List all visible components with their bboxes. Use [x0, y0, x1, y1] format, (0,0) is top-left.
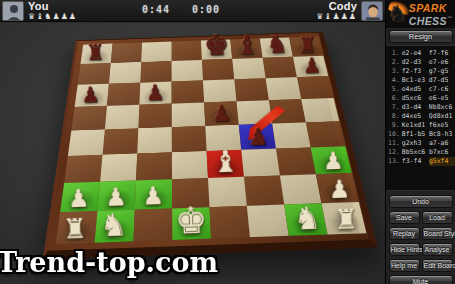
square-b5[interactable]: [104, 105, 139, 130]
piece-shadow: [60, 220, 93, 242]
square-b4[interactable]: [102, 128, 138, 154]
square-c6[interactable]: ♟: [139, 82, 171, 105]
square-g5[interactable]: [268, 99, 305, 124]
square-f8[interactable]: ♝: [230, 38, 262, 58]
square-g6[interactable]: [265, 77, 301, 100]
square-e4[interactable]: [205, 125, 241, 151]
piece-shadow: [211, 157, 241, 176]
white-move: f2-f3: [402, 67, 428, 76]
analyse-button[interactable]: Analyse: [422, 243, 453, 256]
white-move: g2xh3: [402, 139, 428, 148]
piece-shadow: [99, 218, 131, 240]
top-bar: You ♛♝♞♟♟♟ 0:44 0:00 Cody ♛♝♟♟♟: [0, 0, 385, 22]
move-number: 9.: [388, 121, 400, 130]
square-c3[interactable]: [136, 152, 172, 180]
white-move: d5xc6: [402, 94, 428, 103]
piece-shadow: [327, 211, 362, 233]
undo-button[interactable]: Undo: [389, 195, 453, 208]
logo-line2: CHESS™: [409, 13, 453, 26]
piece-shadow: [297, 61, 325, 75]
square-b8[interactable]: [110, 43, 141, 63]
square-d7[interactable]: [171, 60, 202, 82]
square-g3[interactable]: [275, 147, 315, 175]
knight-logo-icon: ♞: [388, 3, 408, 25]
square-g2[interactable]: [279, 174, 321, 204]
square-f4[interactable]: ♟: [238, 124, 275, 150]
move-row[interactable]: 13.f3-f4g5xf4: [388, 157, 455, 166]
player-black: Cody ♛♝♟♟♟: [316, 1, 383, 22]
square-g4[interactable]: [272, 122, 310, 148]
piece-shadow: [64, 190, 96, 210]
move-row[interactable]: 8.d4xe5Qd8xd1: [388, 112, 455, 121]
help-me-button[interactable]: Help me: [389, 259, 420, 272]
square-d4[interactable]: [171, 126, 206, 152]
square-b3[interactable]: [100, 153, 137, 181]
square-g8[interactable]: ♞: [259, 37, 292, 57]
move-row[interactable]: 3.f2-f3g7-g5: [388, 67, 455, 76]
board-area: ♜♚♝♞♜♟♟♟♟♟♝♟♟♟♟♟♜♞♚♞♜ Trend-top.com: [0, 23, 385, 284]
cody-avatar: [361, 1, 383, 21]
square-b2[interactable]: ♟: [97, 181, 136, 211]
piece-shadow: [264, 43, 290, 57]
square-f2[interactable]: [243, 176, 283, 206]
black-move: Bc8-h3: [429, 130, 455, 139]
square-e6[interactable]: [202, 79, 235, 102]
square-h7[interactable]: ♟: [292, 56, 327, 78]
square-b1[interactable]: ♞: [94, 210, 134, 243]
board-scene: ♜♚♝♞♜♟♟♟♟♟♝♟♟♟♟♟♜♞♚♞♜: [0, 23, 385, 284]
square-f1[interactable]: [246, 205, 288, 238]
square-d2[interactable]: [171, 178, 208, 208]
piece-shadow: [321, 181, 355, 201]
black-clock: 0:00: [192, 4, 220, 15]
piece-shadow: [204, 45, 229, 59]
black-move: b7xc6: [429, 148, 455, 157]
square-h2[interactable]: ♟: [315, 173, 358, 203]
move-number: 8.: [388, 112, 400, 121]
square-h5[interactable]: [301, 98, 339, 122]
square-c7[interactable]: [140, 61, 171, 83]
move-row[interactable]: 10.Bf1-b5Bc8-h3: [388, 130, 455, 139]
square-h4[interactable]: [305, 121, 345, 147]
move-number: 4.: [388, 76, 400, 85]
piece-shadow: [84, 49, 109, 63]
person-silhouette-icon: [3, 2, 24, 21]
save-button[interactable]: Save: [389, 211, 420, 224]
square-a4[interactable]: [67, 129, 104, 155]
white-move: d4xe5: [402, 112, 428, 121]
square-b7[interactable]: [108, 62, 140, 84]
sparkchess-app: You ♛♝♞♟♟♟ 0:44 0:00 Cody ♛♝♟♟♟: [0, 0, 455, 284]
move-number: 13.: [388, 157, 400, 166]
move-number: 2.: [388, 58, 400, 67]
white-move: e2-e4: [402, 49, 428, 58]
square-e5[interactable]: ♟: [204, 101, 239, 126]
white-move: Bc1-e3: [402, 76, 428, 85]
chess-board: ♜♚♝♞♜♟♟♟♟♟♝♟♟♟♟♟♜♞♚♞♜: [55, 37, 359, 244]
black-move-last: g5xf4: [429, 157, 455, 166]
piece-shadow: [293, 42, 320, 56]
square-f7[interactable]: [232, 58, 265, 80]
piece-shadow: [176, 216, 207, 238]
button-area: UndoSaveLoadReplayBoard StyleHide HintsA…: [386, 191, 455, 284]
move-number: 10.: [388, 130, 400, 139]
resign-button[interactable]: Resign: [389, 30, 453, 43]
piece-shadow: [316, 154, 348, 173]
move-number: 5.: [388, 85, 400, 94]
black-move: f6xe5: [429, 121, 455, 130]
white-move: e4xd5: [402, 85, 428, 94]
square-c2[interactable]: ♟: [134, 179, 171, 209]
square-d6[interactable]: [171, 80, 203, 103]
white-move: d3-d4: [402, 103, 428, 112]
replay-button[interactable]: Replay: [389, 227, 420, 240]
square-a7[interactable]: [77, 63, 110, 85]
white-move: Ke1xd1: [402, 121, 428, 130]
player-white: You ♛♝♞♟♟♟: [2, 1, 77, 22]
square-a3[interactable]: [64, 155, 102, 183]
move-row[interactable]: 12.Bb5xc6b7xc6: [388, 148, 455, 157]
square-e1[interactable]: [209, 206, 249, 239]
black-move: Nb8xc6: [429, 103, 455, 112]
move-number: 3.: [388, 67, 400, 76]
black-player-name: Cody: [329, 1, 357, 11]
piece-shadow: [289, 212, 323, 234]
black-move: a7-a6: [429, 139, 455, 148]
move-row[interactable]: 9.Ke1xd1f6xe5: [388, 121, 455, 130]
sparkchess-logo: ♞ SPARK CHESS™: [386, 0, 455, 28]
move-row[interactable]: 6.d5xc6e6-e5: [388, 94, 455, 103]
black-move: g7-g5: [429, 67, 455, 76]
move-row[interactable]: 11.g2xh3a7-a6: [388, 139, 455, 148]
square-b6[interactable]: [106, 83, 139, 106]
black-move: Qd8xd1: [429, 112, 455, 121]
piece-shadow: [243, 131, 272, 149]
square-e2[interactable]: [207, 177, 246, 207]
square-g7[interactable]: [262, 57, 296, 79]
black-captured-pieces: ♛♝♟♟♟: [316, 12, 357, 22]
piece-shadow: [208, 108, 236, 125]
square-f3[interactable]: [241, 149, 280, 177]
square-d8[interactable]: [171, 41, 201, 61]
piece-shadow: [139, 187, 169, 207]
white-move: d2-d3: [402, 58, 428, 67]
watermark: Trend-top.com: [0, 247, 218, 278]
square-g1[interactable]: ♞: [284, 203, 327, 236]
move-row[interactable]: 7.d3-d4Nb8xc6: [388, 103, 455, 112]
square-d3[interactable]: [171, 151, 207, 179]
move-number: 7.: [388, 103, 400, 112]
white-player-name: You: [28, 1, 77, 11]
edit-board-button[interactable]: Edit Board: [422, 259, 453, 272]
square-h8[interactable]: ♜: [289, 36, 323, 56]
piece-shadow: [78, 90, 105, 106]
piece-shadow: [102, 189, 133, 209]
move-row[interactable]: 2.d2-d3e7-e6: [388, 58, 455, 67]
square-e3[interactable]: ♝: [206, 150, 243, 178]
black-move: f7-f6: [429, 49, 455, 58]
square-e7[interactable]: [201, 59, 233, 81]
move-number: 6.: [388, 94, 400, 103]
square-a2[interactable]: ♟: [60, 182, 100, 213]
move-list: 1.e2-e4f7-f62.d2-d3e7-e63.f2-f3g7-g54.Bc…: [386, 45, 455, 191]
square-c4[interactable]: [137, 127, 172, 153]
mute-button[interactable]: Mute: [389, 275, 453, 284]
black-move: e6-e5: [429, 94, 455, 103]
square-e8[interactable]: ♚: [200, 39, 231, 59]
logo-line1: SPARK: [409, 3, 453, 13]
square-a5[interactable]: [71, 106, 107, 131]
load-button[interactable]: Load: [422, 211, 453, 224]
hide-hints-button[interactable]: Hide Hints: [389, 243, 420, 256]
move-row[interactable]: 4.Bc1-e3d7-d5: [388, 76, 455, 85]
square-h3[interactable]: ♟: [310, 146, 351, 174]
square-h6[interactable]: [296, 76, 333, 99]
square-d5[interactable]: [171, 102, 205, 127]
black-move: c7-c6: [429, 85, 455, 94]
square-a1[interactable]: ♜: [55, 211, 97, 244]
square-h1[interactable]: ♜: [321, 202, 366, 235]
square-c8[interactable]: [141, 42, 171, 62]
black-move: e7-e6: [429, 58, 455, 67]
trademark-symbol: ™: [447, 15, 452, 21]
move-number: 11.: [388, 139, 400, 148]
cody-portrait-icon: [362, 2, 383, 21]
side-panel: ♞ SPARK CHESS™ Resign 1.e2-e4f7-f62.d2-d…: [385, 0, 455, 284]
move-number: 12.: [388, 148, 400, 157]
square-d1[interactable]: ♚: [172, 207, 211, 240]
move-row[interactable]: 5.e4xd5c7-c6: [388, 85, 455, 94]
square-f6[interactable]: [234, 78, 269, 101]
piece-shadow: [234, 44, 260, 58]
move-row[interactable]: 1.e2-e4f7-f6: [388, 49, 455, 58]
square-c1[interactable]: [133, 208, 172, 241]
board-frame: ♜♚♝♞♜♟♟♟♟♟♝♟♟♟♟♟♜♞♚♞♜: [42, 32, 377, 260]
white-clock: 0:44: [142, 4, 170, 15]
square-c5[interactable]: [138, 104, 171, 129]
logo-text: SPARK CHESS™: [409, 3, 453, 26]
square-f5[interactable]: [236, 100, 272, 125]
white-move: f3-f4: [402, 157, 428, 166]
square-a8[interactable]: ♜: [80, 44, 112, 65]
white-captured-pieces: ♛♝♞♟♟♟: [28, 12, 77, 22]
piece-shadow: [143, 88, 169, 104]
black-move: d7-d5: [429, 76, 455, 85]
white-move: Bf1-b5: [402, 130, 428, 139]
move-number: 1.: [388, 49, 400, 58]
you-avatar: [2, 1, 24, 21]
board-style-button[interactable]: Board Style: [422, 227, 453, 240]
square-a6[interactable]: ♟: [74, 84, 108, 107]
white-move: Bb5xc6: [402, 148, 428, 157]
